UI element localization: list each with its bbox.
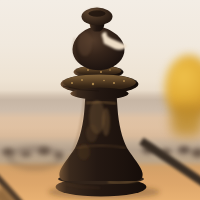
bishop-piece — [0, 0, 200, 200]
chess-piece-photo — [0, 0, 200, 200]
bishop-mitre — [72, 26, 127, 70]
bishop-finial-knob — [82, 8, 113, 32]
bishop-bell-and-stem — [59, 94, 142, 181]
